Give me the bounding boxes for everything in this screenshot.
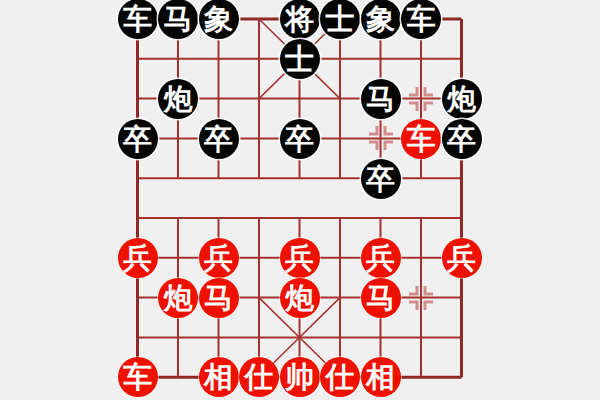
red-chariot[interactable]: 车 [118, 357, 158, 397]
black-elephant[interactable]: 象 [361, 0, 401, 39]
red-chariot[interactable]: 车 [401, 119, 441, 159]
black-horse[interactable]: 马 [361, 79, 401, 119]
red-soldier[interactable]: 兵 [442, 238, 482, 278]
black-soldier[interactable]: 卒 [199, 119, 239, 159]
red-soldier[interactable]: 兵 [118, 238, 158, 278]
black-chariot[interactable]: 车 [401, 0, 441, 39]
red-cannon[interactable]: 炮 [158, 278, 198, 318]
red-soldier[interactable]: 兵 [199, 238, 239, 278]
black-soldier[interactable]: 卒 [361, 159, 401, 199]
red-soldier[interactable]: 兵 [361, 238, 401, 278]
black-advisor[interactable]: 士 [280, 39, 320, 79]
app-background: 车马象将士象车士炮马炮卒卒卒车卒卒兵兵兵兵兵炮马炮马车相仕帅仕相 [0, 0, 600, 400]
piece-layer: 车马象将士象车士炮马炮卒卒卒车卒卒兵兵兵兵兵炮马炮马车相仕帅仕相 [117, 0, 482, 397]
black-chariot[interactable]: 车 [118, 0, 158, 39]
black-horse[interactable]: 马 [158, 0, 198, 39]
red-horse[interactable]: 马 [199, 278, 239, 318]
red-advisor[interactable]: 仕 [320, 357, 360, 397]
red-elephant[interactable]: 相 [361, 357, 401, 397]
black-cannon[interactable]: 炮 [442, 79, 482, 119]
black-advisor[interactable]: 士 [320, 0, 360, 39]
xiangqi-board[interactable]: 车马象将士象车士炮马炮卒卒卒车卒卒兵兵兵兵兵炮马炮马车相仕帅仕相 [0, 0, 600, 400]
black-soldier[interactable]: 卒 [118, 119, 158, 159]
red-elephant[interactable]: 相 [199, 357, 239, 397]
black-general[interactable]: 将 [280, 0, 320, 39]
black-soldier[interactable]: 卒 [280, 119, 320, 159]
black-soldier[interactable]: 卒 [442, 119, 482, 159]
red-advisor[interactable]: 仕 [239, 357, 279, 397]
red-general[interactable]: 帅 [280, 357, 320, 397]
black-cannon[interactable]: 炮 [158, 79, 198, 119]
black-elephant[interactable]: 象 [199, 0, 239, 39]
red-horse[interactable]: 马 [361, 278, 401, 318]
red-soldier[interactable]: 兵 [280, 238, 320, 278]
red-cannon[interactable]: 炮 [280, 278, 320, 318]
